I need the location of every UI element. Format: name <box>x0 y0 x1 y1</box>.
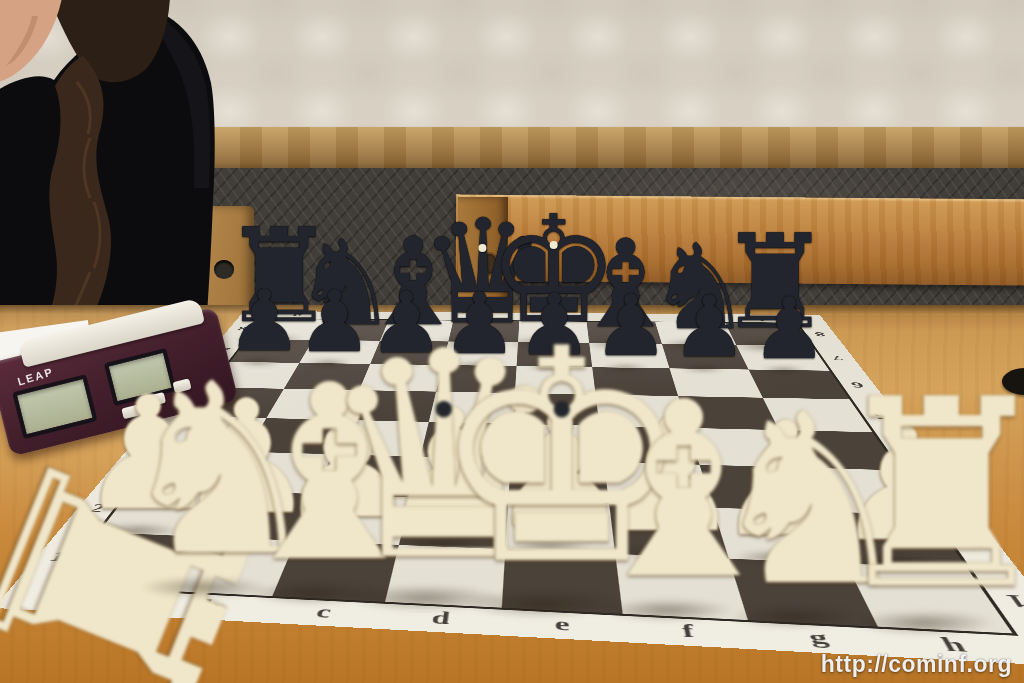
scene: abcdefgh abcdefgh 87654321 87654321 ♜♞♝♛… <box>0 0 1024 683</box>
piece-white-rook-h1[interactable]: ♜ <box>825 365 1024 625</box>
piece-glyph: ♜ <box>825 365 1024 625</box>
watermark-url: http://cominf.org <box>821 651 1012 678</box>
finial-dot <box>479 244 487 252</box>
face-skin <box>0 0 62 82</box>
finial-dot <box>554 401 570 417</box>
finial-dot <box>550 241 558 249</box>
player-woman <box>0 0 244 350</box>
